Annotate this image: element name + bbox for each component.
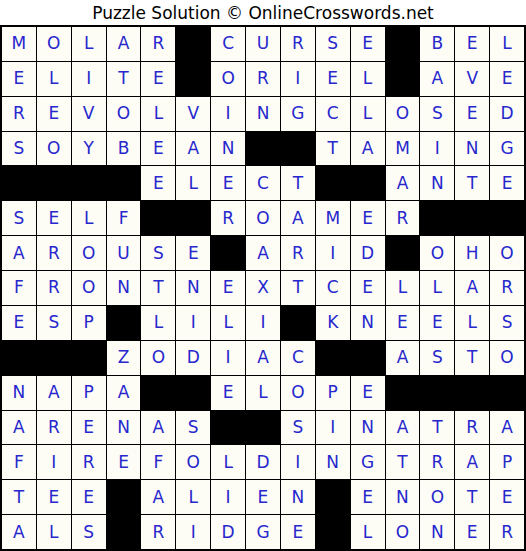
cell-r11c15: [490, 376, 524, 410]
cell-r1c9: R: [281, 27, 315, 61]
cell-r13c5: F: [141, 445, 175, 479]
cell-r13c15: P: [490, 445, 524, 479]
cell-r15c11: L: [351, 515, 385, 549]
cell-r6c11: E: [351, 201, 385, 235]
cell-r7c12: [386, 236, 420, 270]
cell-r11c4: A: [107, 376, 141, 410]
cell-r6c8: O: [246, 201, 280, 235]
crossword-grid: MOLARCURSEBELELITEORIELAVEREVOLVINGCLOSE…: [0, 25, 526, 551]
cell-r9c4: [107, 306, 141, 340]
cell-r12c8: [246, 411, 280, 445]
cell-r2c6: [176, 62, 210, 96]
cell-r4c1: S: [2, 132, 36, 166]
cell-r12c14: R: [455, 411, 489, 445]
cell-r11c9: O: [281, 376, 315, 410]
cell-r14c5: A: [141, 480, 175, 514]
cell-r13c8: D: [246, 445, 280, 479]
cell-r14c11: E: [351, 480, 385, 514]
cell-r1c10: S: [316, 27, 350, 61]
cell-r10c3: [72, 341, 106, 375]
cell-r5c3: [72, 166, 106, 200]
cell-r12c15: A: [490, 411, 524, 445]
cell-r2c7: O: [211, 62, 245, 96]
cell-r15c8: G: [246, 515, 280, 549]
cell-r13c13: R: [420, 445, 454, 479]
cell-r8c3: O: [72, 271, 106, 305]
cell-r13c2: I: [37, 445, 71, 479]
cell-r14c3: E: [72, 480, 106, 514]
cell-r13c11: G: [351, 445, 385, 479]
cell-r3c2: E: [37, 97, 71, 131]
cell-r9c3: P: [72, 306, 106, 340]
cell-r1c13: B: [420, 27, 454, 61]
cell-r7c14: H: [455, 236, 489, 270]
cell-r1c12: [386, 27, 420, 61]
cell-r4c11: A: [351, 132, 385, 166]
cell-r11c10: P: [316, 376, 350, 410]
cell-r4c12: M: [386, 132, 420, 166]
cell-r9c5: L: [141, 306, 175, 340]
cell-r15c7: D: [211, 515, 245, 549]
cell-r6c4: F: [107, 201, 141, 235]
cell-r3c4: O: [107, 97, 141, 131]
cell-r8c10: C: [316, 271, 350, 305]
cell-r10c4: Z: [107, 341, 141, 375]
cell-r3c14: E: [455, 97, 489, 131]
cell-r5c1: [2, 166, 36, 200]
cell-r10c7: I: [211, 341, 245, 375]
cell-r7c10: I: [316, 236, 350, 270]
cell-r2c3: I: [72, 62, 106, 96]
cell-r11c3: P: [72, 376, 106, 410]
cell-r7c3: O: [72, 236, 106, 270]
cell-r15c12: O: [386, 515, 420, 549]
cell-r2c15: E: [490, 62, 524, 96]
cell-r13c1: F: [2, 445, 36, 479]
cell-r6c1: S: [2, 201, 36, 235]
cell-r5c6: L: [176, 166, 210, 200]
cell-r10c10: [316, 341, 350, 375]
cell-r14c4: [107, 480, 141, 514]
cell-r8c9: T: [281, 271, 315, 305]
cell-r6c13: [420, 201, 454, 235]
cell-r6c9: A: [281, 201, 315, 235]
cell-r15c5: R: [141, 515, 175, 549]
cell-r4c7: N: [211, 132, 245, 166]
cell-r5c2: [37, 166, 71, 200]
page-title: Puzzle Solution © OnlineCrosswords.net: [0, 0, 526, 25]
cell-r8c4: N: [107, 271, 141, 305]
cell-r15c13: N: [420, 515, 454, 549]
cell-r15c15: R: [490, 515, 524, 549]
cell-r8c11: E: [351, 271, 385, 305]
cell-r12c1: A: [2, 411, 36, 445]
cell-r4c10: T: [316, 132, 350, 166]
cell-r6c14: [455, 201, 489, 235]
cell-r3c7: I: [211, 97, 245, 131]
cell-r13c9: I: [281, 445, 315, 479]
cell-r2c9: I: [281, 62, 315, 96]
cell-r9c6: I: [176, 306, 210, 340]
cell-r3c8: N: [246, 97, 280, 131]
cell-r13c10: N: [316, 445, 350, 479]
cell-r5c14: T: [455, 166, 489, 200]
cell-r8c6: N: [176, 271, 210, 305]
cell-r12c3: E: [72, 411, 106, 445]
cell-r1c14: E: [455, 27, 489, 61]
cell-r15c4: [107, 515, 141, 549]
cell-r9c2: S: [37, 306, 71, 340]
cell-r14c7: I: [211, 480, 245, 514]
cell-r1c1: M: [2, 27, 36, 61]
cell-r14c12: N: [386, 480, 420, 514]
cell-r1c11: E: [351, 27, 385, 61]
cell-r2c8: R: [246, 62, 280, 96]
cell-r15c14: E: [455, 515, 489, 549]
cell-r6c3: L: [72, 201, 106, 235]
cell-r10c2: [37, 341, 71, 375]
cell-r6c2: E: [37, 201, 71, 235]
cell-r14c6: L: [176, 480, 210, 514]
cell-r10c5: O: [141, 341, 175, 375]
cell-r15c2: L: [37, 515, 71, 549]
cell-r8c14: A: [455, 271, 489, 305]
cell-r13c3: R: [72, 445, 106, 479]
cell-r6c12: R: [386, 201, 420, 235]
cell-r12c7: [211, 411, 245, 445]
cell-r10c6: D: [176, 341, 210, 375]
cell-r15c3: S: [72, 515, 106, 549]
cell-r13c6: O: [176, 445, 210, 479]
cell-r7c7: [211, 236, 245, 270]
cell-r5c10: [316, 166, 350, 200]
cell-r11c2: A: [37, 376, 71, 410]
cell-r14c1: T: [2, 480, 36, 514]
cell-r15c6: I: [176, 515, 210, 549]
cell-r14c13: O: [420, 480, 454, 514]
cell-r4c8: [246, 132, 280, 166]
cell-r3c9: G: [281, 97, 315, 131]
cell-r10c1: [2, 341, 36, 375]
cell-r13c4: E: [107, 445, 141, 479]
cell-r7c15: O: [490, 236, 524, 270]
cell-r9c9: [281, 306, 315, 340]
cell-r9c15: S: [490, 306, 524, 340]
cell-r6c5: [141, 201, 175, 235]
cell-r8c7: E: [211, 271, 245, 305]
cell-r3c15: D: [490, 97, 524, 131]
cell-r3c11: L: [351, 97, 385, 131]
cell-r3c13: S: [420, 97, 454, 131]
cell-r11c7: E: [211, 376, 245, 410]
cell-r4c9: [281, 132, 315, 166]
cell-r10c14: T: [455, 341, 489, 375]
cell-r2c2: L: [37, 62, 71, 96]
cell-r10c11: [351, 341, 385, 375]
cell-r9c14: L: [455, 306, 489, 340]
cell-r12c4: N: [107, 411, 141, 445]
cell-r1c15: L: [490, 27, 524, 61]
cell-r1c6: [176, 27, 210, 61]
cell-r3c10: C: [316, 97, 350, 131]
cell-r15c10: [316, 515, 350, 549]
cell-r14c2: E: [37, 480, 71, 514]
cell-r4c14: N: [455, 132, 489, 166]
cell-r2c14: V: [455, 62, 489, 96]
cell-r6c15: [490, 201, 524, 235]
cell-r2c1: E: [2, 62, 36, 96]
cell-r4c15: G: [490, 132, 524, 166]
cell-r12c2: R: [37, 411, 71, 445]
cell-r12c6: S: [176, 411, 210, 445]
cell-r8c5: T: [141, 271, 175, 305]
cell-r6c7: R: [211, 201, 245, 235]
cell-r8c13: L: [420, 271, 454, 305]
cell-r2c13: A: [420, 62, 454, 96]
cell-r11c8: L: [246, 376, 280, 410]
cell-r13c12: T: [386, 445, 420, 479]
cell-r10c9: C: [281, 341, 315, 375]
cell-r4c4: B: [107, 132, 141, 166]
cell-r10c8: A: [246, 341, 280, 375]
cell-r11c11: E: [351, 376, 385, 410]
cell-r9c10: K: [316, 306, 350, 340]
cell-r14c15: E: [490, 480, 524, 514]
cell-r11c5: [141, 376, 175, 410]
cell-r12c5: A: [141, 411, 175, 445]
cell-r7c11: D: [351, 236, 385, 270]
cell-r13c7: L: [211, 445, 245, 479]
cell-r4c3: Y: [72, 132, 106, 166]
cell-r14c14: T: [455, 480, 489, 514]
cell-r5c7: E: [211, 166, 245, 200]
cell-r6c10: M: [316, 201, 350, 235]
cell-r1c7: C: [211, 27, 245, 61]
cell-r2c4: T: [107, 62, 141, 96]
cell-r7c5: S: [141, 236, 175, 270]
cell-r15c1: A: [2, 515, 36, 549]
cell-r9c13: E: [420, 306, 454, 340]
cell-r1c3: L: [72, 27, 106, 61]
cell-r5c12: A: [386, 166, 420, 200]
cell-r12c9: S: [281, 411, 315, 445]
cell-r14c10: [316, 480, 350, 514]
cell-r11c12: [386, 376, 420, 410]
cell-r8c2: R: [37, 271, 71, 305]
cell-r9c8: I: [246, 306, 280, 340]
cell-r3c6: V: [176, 97, 210, 131]
cell-r10c15: O: [490, 341, 524, 375]
cell-r1c4: A: [107, 27, 141, 61]
cell-r11c6: [176, 376, 210, 410]
cell-r10c12: A: [386, 341, 420, 375]
cell-r8c8: X: [246, 271, 280, 305]
cell-r13c14: A: [455, 445, 489, 479]
cell-r8c15: R: [490, 271, 524, 305]
puzzle-page: Puzzle Solution © OnlineCrosswords.net M…: [0, 0, 526, 551]
cell-r3c5: L: [141, 97, 175, 131]
cell-r12c12: A: [386, 411, 420, 445]
cell-r12c11: N: [351, 411, 385, 445]
cell-r5c8: C: [246, 166, 280, 200]
cell-r15c9: E: [281, 515, 315, 549]
cell-r7c6: E: [176, 236, 210, 270]
cell-r12c13: T: [420, 411, 454, 445]
cell-r11c1: N: [2, 376, 36, 410]
cell-r14c9: N: [281, 480, 315, 514]
cell-r6c6: [176, 201, 210, 235]
cell-r5c13: N: [420, 166, 454, 200]
cell-r4c13: I: [420, 132, 454, 166]
cell-r9c11: N: [351, 306, 385, 340]
cell-r5c4: [107, 166, 141, 200]
cell-r7c4: U: [107, 236, 141, 270]
cell-r9c1: E: [2, 306, 36, 340]
cell-r2c10: E: [316, 62, 350, 96]
cell-r5c5: E: [141, 166, 175, 200]
cell-r11c14: [455, 376, 489, 410]
cell-r7c13: O: [420, 236, 454, 270]
cell-r10c13: S: [420, 341, 454, 375]
cell-r5c9: T: [281, 166, 315, 200]
cell-r2c5: E: [141, 62, 175, 96]
cell-r9c7: L: [211, 306, 245, 340]
cell-r8c1: F: [2, 271, 36, 305]
cell-r9c12: E: [386, 306, 420, 340]
cell-r4c5: E: [141, 132, 175, 166]
cell-r3c3: V: [72, 97, 106, 131]
cell-r4c6: A: [176, 132, 210, 166]
cell-r8c12: L: [386, 271, 420, 305]
cell-r5c11: [351, 166, 385, 200]
cell-r1c5: R: [141, 27, 175, 61]
cell-r7c9: R: [281, 236, 315, 270]
cell-r7c1: A: [2, 236, 36, 270]
cell-r3c12: O: [386, 97, 420, 131]
cell-r11c13: [420, 376, 454, 410]
cell-r14c8: E: [246, 480, 280, 514]
cell-r2c11: L: [351, 62, 385, 96]
cell-r1c8: U: [246, 27, 280, 61]
cell-r1c2: O: [37, 27, 71, 61]
cell-r4c2: O: [37, 132, 71, 166]
cell-r7c2: R: [37, 236, 71, 270]
cell-r2c12: [386, 62, 420, 96]
cell-r7c8: A: [246, 236, 280, 270]
cell-r3c1: R: [2, 97, 36, 131]
cell-r12c10: I: [316, 411, 350, 445]
cell-r5c15: E: [490, 166, 524, 200]
